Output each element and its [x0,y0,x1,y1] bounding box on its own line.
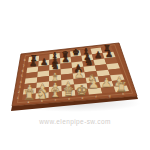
coord-rank-3: 3 [19,85,21,89]
coord-rank-8: 8 [24,58,26,62]
piece-black-pawn-a7: ♟ [29,58,37,68]
piece-white-pawn-f2: ♟ [88,76,99,91]
coord-rank-6: 6 [22,69,24,73]
piece-black-pawn-g7: ♟ [94,50,102,60]
coord-file-g: g [109,94,111,98]
piece-white-queen-d1: ♛ [63,84,75,99]
coord-rank-1: 1 [17,96,19,100]
piece-black-pawn-d7: ♟ [62,54,70,64]
piece-white-knight-b1: ♞ [36,87,48,102]
watermark-text: www.elenpipe-sw.com [0,118,150,125]
coord-rank-7: 7 [23,64,25,68]
piece-white-king-e1: ♚ [76,83,88,98]
piece-black-pawn-h7: ♟ [105,49,113,59]
piece-black-pawn-b7: ♟ [40,57,48,67]
piece-white-bishop-c1: ♝ [49,85,61,100]
coord-rank-4: 4 [20,80,22,84]
piece-white-pawn-g2: ♟ [101,75,112,90]
chess-set-product-photo: abcdefgh87654321♜♝♛♚♝♜♟♟♟♟♟♟♟♞♞♟♝♟♞♟♟♟♟♟… [0,0,150,150]
chessboard: abcdefgh87654321♜♝♛♚♝♜♟♟♟♟♟♟♟♞♞♟♝♟♞♟♟♟♟♟… [0,0,150,150]
coord-rank-5: 5 [21,74,23,78]
piece-black-king-e8: ♚ [72,47,79,57]
coord-rank-2: 2 [18,90,20,94]
piece-black-knight-f6: ♞ [84,56,93,67]
piece-white-rook-h1: ♜ [115,80,127,95]
piece-white-pawn-e4: ♟ [74,68,84,81]
piece-white-rook-a1: ♜ [23,88,35,103]
